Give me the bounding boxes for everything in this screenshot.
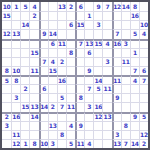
- cell-r14c5[interactable]: [39, 121, 48, 130]
- cell-r3c7[interactable]: [57, 20, 66, 29]
- cell-r14c16[interactable]: [139, 121, 148, 130]
- cell-r13c1[interactable]: 2: [2, 112, 11, 121]
- cell-r12c2[interactable]: [11, 102, 20, 111]
- cell-r6c1[interactable]: [2, 48, 11, 57]
- cell-r5c3[interactable]: [20, 39, 29, 48]
- cell-r5c13[interactable]: 16: [112, 39, 121, 48]
- cell-r9c9[interactable]: [75, 75, 84, 84]
- cell-r9c5[interactable]: [39, 75, 48, 84]
- cell-r10c15[interactable]: [130, 84, 139, 93]
- cell-r16c7[interactable]: [57, 139, 66, 148]
- cell-r2c5[interactable]: [39, 11, 48, 20]
- cell-r15c6[interactable]: [48, 130, 57, 139]
- cell-r1c13[interactable]: 12: [112, 2, 121, 11]
- cell-r10c14[interactable]: [121, 84, 130, 93]
- cell-r6c9[interactable]: [75, 48, 84, 57]
- cell-r7c12[interactable]: 3: [102, 57, 111, 66]
- cell-r14c4[interactable]: [29, 121, 38, 130]
- cell-r2c10[interactable]: 1: [84, 11, 93, 20]
- cell-r3c4[interactable]: [29, 20, 38, 29]
- cell-r13c2[interactable]: 16: [11, 112, 20, 121]
- cell-r4c12[interactable]: [102, 29, 111, 38]
- cell-r10c7[interactable]: [57, 84, 66, 93]
- cell-r8c11[interactable]: [93, 66, 102, 75]
- cell-r7c2[interactable]: [11, 57, 20, 66]
- cell-r8c3[interactable]: [20, 66, 29, 75]
- cell-r7c15[interactable]: [130, 57, 139, 66]
- cell-r1c7[interactable]: 13: [57, 2, 66, 11]
- cell-r4c2[interactable]: 13: [11, 29, 20, 38]
- cell-r4c9[interactable]: [75, 29, 84, 38]
- cell-r14c11[interactable]: [93, 121, 102, 130]
- cell-r8c7[interactable]: [57, 66, 66, 75]
- cell-r3c1[interactable]: [2, 20, 11, 29]
- cell-r9c1[interactable]: 5: [2, 75, 11, 84]
- cell-r9c16[interactable]: 7: [139, 75, 148, 84]
- cell-r7c9[interactable]: [75, 57, 84, 66]
- cell-r15c9[interactable]: [75, 130, 84, 139]
- cell-r5c8[interactable]: [66, 39, 75, 48]
- cell-r2c9[interactable]: [75, 11, 84, 20]
- cell-r5c2[interactable]: [11, 39, 20, 48]
- cell-r8c10[interactable]: 9: [84, 66, 93, 75]
- cell-r4c8[interactable]: [66, 29, 75, 38]
- cell-r1c2[interactable]: 1: [11, 2, 20, 11]
- cell-r14c7[interactable]: [57, 121, 66, 130]
- cell-r4c7[interactable]: [57, 29, 66, 38]
- cell-r13c4[interactable]: 14: [29, 112, 38, 121]
- cell-r11c13[interactable]: 9: [112, 93, 121, 102]
- cell-r5c14[interactable]: 3: [121, 39, 130, 48]
- cell-r12c15[interactable]: [130, 102, 139, 111]
- cell-r7c13[interactable]: [112, 57, 121, 66]
- cell-r3c8[interactable]: 6: [66, 20, 75, 29]
- cell-r6c16[interactable]: [139, 48, 148, 57]
- cell-r12c10[interactable]: 3: [84, 102, 93, 111]
- cell-r4c11[interactable]: [93, 29, 102, 38]
- cell-r1c1[interactable]: 10: [2, 2, 11, 11]
- cell-r14c1[interactable]: 3: [2, 121, 11, 130]
- cell-r3c3[interactable]: 14: [20, 20, 29, 29]
- cell-r12c14[interactable]: [121, 102, 130, 111]
- cell-r6c14[interactable]: [121, 48, 130, 57]
- cell-r1c15[interactable]: 8: [130, 2, 139, 11]
- cell-r16c13[interactable]: 13: [112, 139, 121, 148]
- cell-r15c1[interactable]: [2, 130, 11, 139]
- cell-r11c5[interactable]: [39, 93, 48, 102]
- cell-r3c2[interactable]: [11, 20, 20, 29]
- cell-r2c15[interactable]: 16: [130, 11, 139, 20]
- cell-r16c9[interactable]: 11: [75, 139, 84, 148]
- cell-r10c10[interactable]: 7: [84, 84, 93, 93]
- cell-r5c4[interactable]: [29, 39, 38, 48]
- cell-r8c9[interactable]: [75, 66, 84, 75]
- cell-r8c16[interactable]: 6: [139, 66, 148, 75]
- cell-r16c10[interactable]: 4: [84, 139, 93, 148]
- cell-r7c1[interactable]: [2, 57, 11, 66]
- cell-r10c11[interactable]: 5: [93, 84, 102, 93]
- cell-r13c8[interactable]: [66, 112, 75, 121]
- cell-r12c16[interactable]: [139, 102, 148, 111]
- cell-r6c6[interactable]: [48, 48, 57, 57]
- cell-r2c11[interactable]: [93, 11, 102, 20]
- cell-r14c15[interactable]: [130, 121, 139, 130]
- cell-r1c3[interactable]: 5: [20, 2, 29, 11]
- cell-r12c5[interactable]: 14: [39, 102, 48, 111]
- cell-r4c16[interactable]: 4: [139, 29, 148, 38]
- cell-r4c5[interactable]: 9: [39, 29, 48, 38]
- cell-r11c12[interactable]: [102, 93, 111, 102]
- cell-r15c15[interactable]: [130, 130, 139, 139]
- cell-r5c15[interactable]: [130, 39, 139, 48]
- cell-r9c13[interactable]: 11: [112, 75, 121, 84]
- cell-r7c4[interactable]: [29, 57, 38, 66]
- cell-r14c14[interactable]: 8: [121, 121, 130, 130]
- cell-r9c7[interactable]: 16: [57, 75, 66, 84]
- cell-r15c2[interactable]: 11: [11, 130, 20, 139]
- cell-r2c13[interactable]: [112, 11, 121, 20]
- cell-r13c5[interactable]: [39, 112, 48, 121]
- cell-r4c6[interactable]: 14: [48, 29, 57, 38]
- cell-r12c7[interactable]: 7: [57, 102, 66, 111]
- cell-r15c8[interactable]: [66, 130, 75, 139]
- cell-r5c7[interactable]: 11: [57, 39, 66, 48]
- cell-r3c11[interactable]: 3: [93, 20, 102, 29]
- cell-r11c6[interactable]: [48, 93, 57, 102]
- cell-r8c8[interactable]: [66, 66, 75, 75]
- cell-r2c8[interactable]: [66, 11, 75, 20]
- cell-r14c3[interactable]: [20, 121, 29, 130]
- cell-r16c16[interactable]: 2: [139, 139, 148, 148]
- cell-r9c10[interactable]: [84, 75, 93, 84]
- cell-r9c2[interactable]: 8: [11, 75, 20, 84]
- cell-r8c13[interactable]: [112, 66, 121, 75]
- cell-r7c3[interactable]: [20, 57, 29, 66]
- cell-r10c12[interactable]: 11: [102, 84, 111, 93]
- cell-r16c2[interactable]: 12: [11, 139, 20, 148]
- cell-r10c16[interactable]: [139, 84, 148, 93]
- cell-r5c5[interactable]: [39, 39, 48, 48]
- cell-r15c12[interactable]: [102, 130, 111, 139]
- cell-r15c14[interactable]: [121, 130, 130, 139]
- cell-r13c14[interactable]: [121, 112, 130, 121]
- cell-r11c11[interactable]: [93, 93, 102, 102]
- cell-r9c4[interactable]: [29, 75, 38, 84]
- cell-r1c14[interactable]: 14: [121, 2, 130, 11]
- cell-r10c2[interactable]: [11, 84, 20, 93]
- cell-r16c8[interactable]: 5: [66, 139, 75, 148]
- cell-r12c6[interactable]: 2: [48, 102, 57, 111]
- cell-r14c2[interactable]: [11, 121, 20, 130]
- cell-r15c16[interactable]: 12: [139, 130, 148, 139]
- cell-r6c5[interactable]: [39, 48, 48, 57]
- cell-r5c12[interactable]: 4: [102, 39, 111, 48]
- cell-r2c14[interactable]: [121, 11, 130, 20]
- cell-r13c12[interactable]: 13: [102, 112, 111, 121]
- cell-r15c10[interactable]: [84, 130, 93, 139]
- cell-r1c4[interactable]: 4: [29, 2, 38, 11]
- cell-r7c14[interactable]: 11: [121, 57, 130, 66]
- cell-r16c15[interactable]: 14: [130, 139, 139, 148]
- cell-r9c15[interactable]: 4: [130, 75, 139, 84]
- cell-r16c4[interactable]: 8: [29, 139, 38, 148]
- cell-r6c7[interactable]: [57, 48, 66, 57]
- cell-r4c15[interactable]: 5: [130, 29, 139, 38]
- cell-r14c10[interactable]: [84, 121, 93, 130]
- cell-r4c10[interactable]: [84, 29, 93, 38]
- cell-r13c6[interactable]: [48, 112, 57, 121]
- cell-r12c13[interactable]: [112, 102, 121, 111]
- cell-r7c16[interactable]: [139, 57, 148, 66]
- cell-r6c11[interactable]: [93, 48, 102, 57]
- cell-r16c14[interactable]: 7: [121, 139, 130, 148]
- sudoku-board: 1015413269712148152116146153101213914754…: [0, 0, 150, 150]
- cell-r3c12[interactable]: [102, 20, 111, 29]
- cell-r5c11[interactable]: 15: [93, 39, 102, 48]
- cell-r1c16[interactable]: [139, 2, 148, 11]
- cell-r8c4[interactable]: 11: [29, 66, 38, 75]
- cell-r12c11[interactable]: 16: [93, 102, 102, 111]
- cell-r12c4[interactable]: 13: [29, 102, 38, 111]
- cell-r8c15[interactable]: 7: [130, 66, 139, 75]
- cell-r9c12[interactable]: [102, 75, 111, 84]
- cell-r10c3[interactable]: 2: [20, 84, 29, 93]
- cell-r1c8[interactable]: 2: [66, 2, 75, 11]
- cell-r7c10[interactable]: [84, 57, 93, 66]
- cell-r10c13[interactable]: [112, 84, 121, 93]
- cell-r16c1[interactable]: [2, 139, 11, 148]
- cell-r10c8[interactable]: [66, 84, 75, 93]
- cell-r15c3[interactable]: [20, 130, 29, 139]
- cell-r6c2[interactable]: [11, 48, 20, 57]
- cell-r14c12[interactable]: [102, 121, 111, 130]
- cell-r11c7[interactable]: 5: [57, 93, 66, 102]
- cell-r1c11[interactable]: 9: [93, 2, 102, 11]
- cell-r11c4[interactable]: [29, 93, 38, 102]
- cell-r11c15[interactable]: [130, 93, 139, 102]
- cell-r2c7[interactable]: [57, 11, 66, 20]
- cell-r10c6[interactable]: [48, 84, 57, 93]
- cell-r8c14[interactable]: [121, 66, 130, 75]
- cell-r6c15[interactable]: 1: [130, 48, 139, 57]
- cell-r15c7[interactable]: 8: [57, 130, 66, 139]
- cell-r10c9[interactable]: [75, 84, 84, 93]
- cell-r13c9[interactable]: [75, 112, 84, 121]
- cell-r14c13[interactable]: [112, 121, 121, 130]
- cell-r10c5[interactable]: 6: [39, 84, 48, 93]
- cell-r6c8[interactable]: 8: [66, 48, 75, 57]
- cell-r9c14[interactable]: [121, 75, 130, 84]
- cell-r14c6[interactable]: 13: [48, 121, 57, 130]
- cell-r15c4[interactable]: [29, 130, 38, 139]
- cell-r4c4[interactable]: [29, 29, 38, 38]
- cell-r1c10[interactable]: [84, 2, 93, 11]
- cell-r3c15[interactable]: [130, 20, 139, 29]
- cell-r13c11[interactable]: 12: [93, 112, 102, 121]
- cell-r2c16[interactable]: [139, 11, 148, 20]
- cell-r12c1[interactable]: [2, 102, 11, 111]
- cell-r9c3[interactable]: [20, 75, 29, 84]
- cell-r7c11[interactable]: [93, 57, 102, 66]
- cell-r3c9[interactable]: 15: [75, 20, 84, 29]
- cell-r1c9[interactable]: 6: [75, 2, 84, 11]
- cell-r16c5[interactable]: 10: [39, 139, 48, 148]
- cell-r5c9[interactable]: 7: [75, 39, 84, 48]
- cell-r9c8[interactable]: [66, 75, 75, 84]
- cell-r6c13[interactable]: [112, 48, 121, 57]
- cell-r15c13[interactable]: 3: [112, 130, 121, 139]
- cell-r2c1[interactable]: 15: [2, 11, 11, 20]
- cell-r3c6[interactable]: [48, 20, 57, 29]
- cell-r3c5[interactable]: [39, 20, 48, 29]
- cell-r12c8[interactable]: 11: [66, 102, 75, 111]
- cell-r5c6[interactable]: 6: [48, 39, 57, 48]
- cell-r13c15[interactable]: 9: [130, 112, 139, 121]
- cell-r8c5[interactable]: [39, 66, 48, 75]
- cell-r11c2[interactable]: 3: [11, 93, 20, 102]
- cell-r3c10[interactable]: [84, 20, 93, 29]
- cell-r2c6[interactable]: [48, 11, 57, 20]
- cell-r4c13[interactable]: 7: [112, 29, 121, 38]
- cell-r11c14[interactable]: [121, 93, 130, 102]
- cell-r7c5[interactable]: 7: [39, 57, 48, 66]
- cell-r4c1[interactable]: 12: [2, 29, 11, 38]
- cell-r3c13[interactable]: [112, 20, 121, 29]
- cell-r2c4[interactable]: 2: [29, 11, 38, 20]
- cell-r7c8[interactable]: [66, 57, 75, 66]
- cell-r5c16[interactable]: [139, 39, 148, 48]
- cell-r14c9[interactable]: 9: [75, 121, 84, 130]
- cell-r13c13[interactable]: [112, 112, 121, 121]
- cell-r11c9[interactable]: 8: [75, 93, 84, 102]
- cell-r1c12[interactable]: 7: [102, 2, 111, 11]
- cell-r2c2[interactable]: [11, 11, 20, 20]
- cell-r13c16[interactable]: 5: [139, 112, 148, 121]
- cell-r15c11[interactable]: [93, 130, 102, 139]
- cell-r14c8[interactable]: 4: [66, 121, 75, 130]
- cell-r16c11[interactable]: [93, 139, 102, 148]
- cell-r10c4[interactable]: [29, 84, 38, 93]
- cell-r12c12[interactable]: [102, 102, 111, 111]
- cell-r16c6[interactable]: 3: [48, 139, 57, 148]
- cell-r15c5[interactable]: [39, 130, 48, 139]
- cell-r11c8[interactable]: [66, 93, 75, 102]
- cell-r3c14[interactable]: [121, 20, 130, 29]
- cell-r8c2[interactable]: 10: [11, 66, 20, 75]
- cell-r7c7[interactable]: 2: [57, 57, 66, 66]
- cell-r6c4[interactable]: 15: [29, 48, 38, 57]
- cell-r11c10[interactable]: [84, 93, 93, 102]
- cell-r2c12[interactable]: [102, 11, 111, 20]
- cell-r4c3[interactable]: [20, 29, 29, 38]
- cell-r5c10[interactable]: 13: [84, 39, 93, 48]
- cell-r5c1[interactable]: [2, 39, 11, 48]
- cell-r11c3[interactable]: [20, 93, 29, 102]
- cell-r13c3[interactable]: [20, 112, 29, 121]
- cell-r16c12[interactable]: [102, 139, 111, 148]
- cell-r13c10[interactable]: [84, 112, 93, 121]
- cell-r8c12[interactable]: [102, 66, 111, 75]
- cell-r13c7[interactable]: [57, 112, 66, 121]
- cell-r11c16[interactable]: [139, 93, 148, 102]
- cell-r7c6[interactable]: 4: [48, 57, 57, 66]
- cell-r9c6[interactable]: [48, 75, 57, 84]
- cell-r9c11[interactable]: 14: [93, 75, 102, 84]
- cell-r8c1[interactable]: 8: [2, 66, 11, 75]
- cell-r6c12[interactable]: [102, 48, 111, 57]
- cell-r1c5[interactable]: [39, 2, 48, 11]
- cell-r6c10[interactable]: 6: [84, 48, 93, 57]
- cell-r2c3[interactable]: [20, 11, 29, 20]
- cell-r12c3[interactable]: 15: [20, 102, 29, 111]
- cell-r16c3[interactable]: 1: [20, 139, 29, 148]
- cell-r4c14[interactable]: [121, 29, 130, 38]
- cell-r11c1[interactable]: [2, 93, 11, 102]
- cell-r6c3[interactable]: [20, 48, 29, 57]
- cell-r12c9[interactable]: [75, 102, 84, 111]
- cell-r3c16[interactable]: 10: [139, 20, 148, 29]
- cell-r10c1[interactable]: [2, 84, 11, 93]
- cell-r1c6[interactable]: [48, 2, 57, 11]
- cell-r8c6[interactable]: 15: [48, 66, 57, 75]
